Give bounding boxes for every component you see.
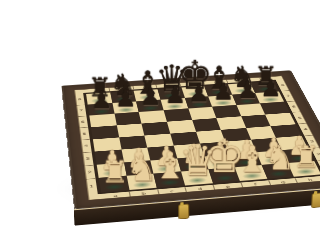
square-e7[interactable]: ♟ [184,96,212,108]
rank-label-4: 4 [81,139,92,152]
rank-label-8: 8 [75,94,85,105]
white-rook: ♜ [293,144,320,172]
rank-label-3: 3 [82,152,93,166]
scene: abcdefgh abcdefgh 87654321 87654321 ♜♞♝♛… [40,16,320,229]
square-b5[interactable] [116,123,144,137]
photo-canvas: Folding wooden chess set with carved pie… [40,16,320,229]
black-pawn: ♟ [164,84,185,107]
square-a6[interactable] [89,114,116,127]
board-left-edge [62,86,76,225]
file-label-g: g [268,178,298,185]
rank-label-2: 2 [84,165,96,179]
square-e6[interactable] [188,107,216,120]
square-g7[interactable]: ♟ [232,93,260,105]
rank-label-5: 5 [79,127,90,140]
black-pawn: ♟ [140,86,162,109]
black-pawn: ♟ [188,82,209,105]
chess-board: abcdefgh abcdefgh 87654321 87654321 ♜♞♝♛… [62,70,320,209]
white-bishop: ♝ [153,148,186,183]
black-pawn: ♟ [260,77,281,99]
square-a1[interactable]: ♜ [99,176,129,192]
black-pawn: ♟ [237,79,258,102]
white-knight: ♞ [127,152,158,185]
board-grid: ♜♞♝♛♚♝♞♜♟♟♟♟♟♟♟♟♟♟♟♟♟♟♟♟♜♞♝♛♚♝♞♜ [86,81,320,192]
black-pawn: ♟ [115,87,137,110]
square-c1[interactable]: ♝ [154,172,185,188]
square-h5[interactable] [265,113,295,126]
square-b1[interactable]: ♞ [126,174,157,190]
white-rook: ♜ [101,158,129,187]
black-pawn: ♟ [213,81,234,104]
brass-clasp [178,204,189,220]
rank-label-1: 1 [86,178,98,193]
rank-label-7: 7 [76,104,86,116]
board-frame: abcdefgh abcdefgh 87654321 87654321 ♜♞♝♛… [62,70,320,209]
brass-clasp [311,192,320,208]
square-d5[interactable] [167,120,196,134]
square-f7[interactable]: ♟ [208,95,236,107]
black-pawn: ♟ [90,89,112,112]
